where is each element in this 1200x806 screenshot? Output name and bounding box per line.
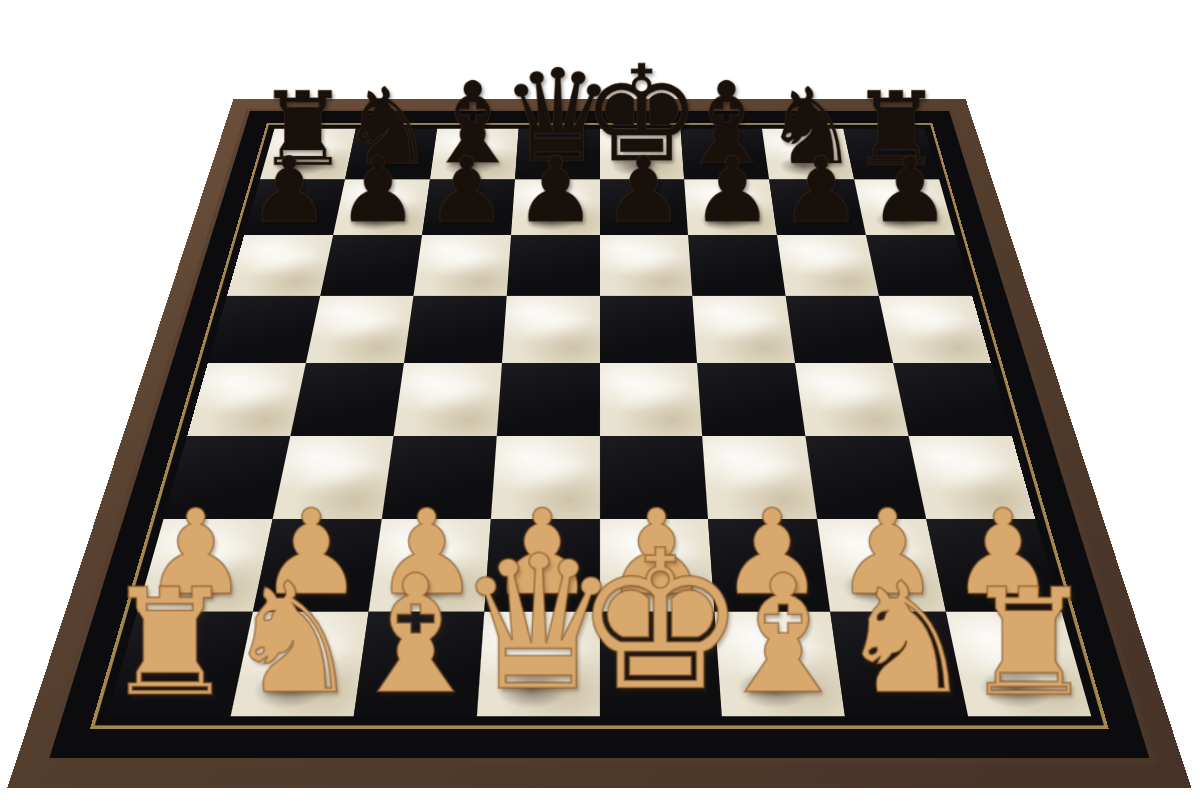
square-g7[interactable]: ♟ [769, 179, 866, 234]
square-h4[interactable] [893, 363, 1012, 437]
square-e4[interactable] [599, 363, 702, 437]
square-g6[interactable] [777, 235, 879, 296]
piece-black-pawn-d7[interactable]: ♟ [515, 147, 596, 233]
piece-black-pawn-h7[interactable]: ♟ [869, 147, 950, 233]
piece-white-bishop-c1[interactable]: ♝ [342, 558, 488, 713]
square-e7[interactable]: ♟ [600, 179, 689, 234]
piece-white-knight-g1[interactable]: ♞ [838, 568, 975, 713]
square-h7[interactable]: ♟ [854, 179, 955, 234]
square-f4[interactable] [697, 363, 805, 437]
square-c7[interactable]: ♟ [422, 179, 515, 234]
square-b4[interactable] [290, 363, 404, 437]
square-h1[interactable]: ♜ [946, 612, 1091, 716]
piece-white-knight-b1[interactable]: ♞ [224, 568, 361, 713]
square-b6[interactable] [320, 235, 422, 296]
square-e6[interactable] [600, 235, 693, 296]
piece-black-pawn-g7[interactable]: ♟ [781, 147, 862, 233]
piece-white-rook-a1[interactable]: ♜ [104, 572, 237, 713]
square-f6[interactable] [688, 235, 785, 296]
square-f7[interactable]: ♟ [684, 179, 777, 234]
square-g5[interactable] [786, 296, 893, 363]
square-h5[interactable] [879, 296, 991, 363]
square-e1[interactable]: ♚ [599, 612, 722, 716]
chess-board: ♜♞♝♛♚♝♞♜♟♟♟♟♟♟♟♟♟♟♟♟♟♟♟♟♜♞♝♛♚♝♞♜ [7, 99, 1191, 788]
piece-black-pawn-b7[interactable]: ♟ [337, 147, 418, 233]
square-g4[interactable] [795, 363, 909, 437]
piece-black-pawn-f7[interactable]: ♟ [692, 147, 773, 233]
square-d4[interactable] [496, 363, 599, 437]
square-c4[interactable] [393, 363, 501, 437]
board-black-border: ♜♞♝♛♚♝♞♜♟♟♟♟♟♟♟♟♟♟♟♟♟♟♟♟♜♞♝♛♚♝♞♜ [49, 111, 1149, 758]
board-outer-molding-ridge: ♜♞♝♛♚♝♞♜♟♟♟♟♟♟♟♟♟♟♟♟♟♟♟♟♜♞♝♛♚♝♞♜ [7, 99, 1191, 788]
piece-black-pawn-c7[interactable]: ♟ [426, 147, 507, 233]
square-a1[interactable]: ♜ [108, 612, 253, 716]
board-squares-grid: ♜♞♝♛♚♝♞♜♟♟♟♟♟♟♟♟♟♟♟♟♟♟♟♟♜♞♝♛♚♝♞♜ [108, 129, 1092, 717]
square-c6[interactable] [413, 235, 510, 296]
square-h6[interactable] [866, 235, 972, 296]
board-brass-inlay-line: ♜♞♝♛♚♝♞♜♟♟♟♟♟♟♟♟♟♟♟♟♟♟♟♟♜♞♝♛♚♝♞♜ [90, 123, 1109, 729]
square-b5[interactable] [306, 296, 413, 363]
square-e5[interactable] [600, 296, 698, 363]
square-a6[interactable] [227, 235, 333, 296]
board-walnut-molding: ♜♞♝♛♚♝♞♜♟♟♟♟♟♟♟♟♟♟♟♟♟♟♟♟♜♞♝♛♚♝♞♜ [16, 102, 1183, 783]
square-a5[interactable] [208, 296, 320, 363]
square-f1[interactable]: ♝ [715, 612, 845, 716]
square-b7[interactable]: ♟ [333, 179, 430, 234]
board-inner-molding-ridge: ♜♞♝♛♚♝♞♜♟♟♟♟♟♟♟♟♟♟♟♟♟♟♟♟♜♞♝♛♚♝♞♜ [41, 109, 1158, 764]
piece-white-rook-h1[interactable]: ♜ [963, 572, 1096, 713]
square-a4[interactable] [187, 363, 306, 437]
square-c5[interactable] [404, 296, 507, 363]
piece-white-bishop-f1[interactable]: ♝ [710, 558, 856, 713]
square-d6[interactable] [506, 235, 599, 296]
square-c1[interactable]: ♝ [353, 612, 483, 716]
piece-black-pawn-e7[interactable]: ♟ [603, 147, 684, 233]
photo-background: ♜♞♝♛♚♝♞♜♟♟♟♟♟♟♟♟♟♟♟♟♟♟♟♟♜♞♝♛♚♝♞♜ [0, 0, 1200, 806]
square-f5[interactable] [693, 296, 796, 363]
square-d7[interactable]: ♟ [511, 179, 600, 234]
square-d5[interactable] [502, 296, 600, 363]
square-a7[interactable]: ♟ [244, 179, 345, 234]
piece-black-pawn-a7[interactable]: ♟ [249, 147, 330, 233]
